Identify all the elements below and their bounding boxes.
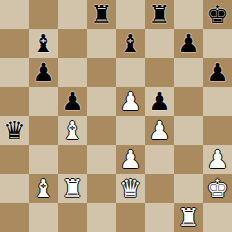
piece-white-bishop[interactable]: ♝ bbox=[32, 174, 54, 203]
square-c7[interactable] bbox=[58, 29, 87, 58]
square-e3[interactable]: ♟ bbox=[116, 145, 145, 174]
square-d2[interactable] bbox=[87, 174, 116, 203]
piece-black-queen[interactable]: ♛ bbox=[3, 116, 25, 145]
square-c5[interactable]: ♟ bbox=[58, 87, 87, 116]
piece-white-bishop[interactable]: ♝ bbox=[61, 116, 83, 145]
square-d6[interactable] bbox=[87, 58, 116, 87]
piece-white-pawn[interactable]: ♟ bbox=[148, 116, 170, 145]
piece-black-rook[interactable]: ♜ bbox=[90, 0, 112, 29]
square-f3[interactable] bbox=[145, 145, 174, 174]
piece-black-bishop[interactable]: ♝ bbox=[32, 29, 54, 58]
square-d4[interactable] bbox=[87, 116, 116, 145]
square-f4[interactable]: ♟ bbox=[145, 116, 174, 145]
square-e6[interactable] bbox=[116, 58, 145, 87]
square-a7[interactable] bbox=[0, 29, 29, 58]
square-f5[interactable]: ♟ bbox=[145, 87, 174, 116]
square-c4[interactable]: ♝ bbox=[58, 116, 87, 145]
piece-black-pawn[interactable]: ♟ bbox=[32, 58, 54, 87]
square-a2[interactable] bbox=[0, 174, 29, 203]
square-g4[interactable] bbox=[174, 116, 203, 145]
chess-board: ♜♜♚♝♝♟♟♟♟♟♟♛♝♟♟♟♝♜♛♚♜ bbox=[0, 0, 232, 232]
square-g3[interactable] bbox=[174, 145, 203, 174]
piece-white-pawn[interactable]: ♟ bbox=[119, 145, 141, 174]
square-c3[interactable] bbox=[58, 145, 87, 174]
square-b2[interactable]: ♝ bbox=[29, 174, 58, 203]
square-f7[interactable] bbox=[145, 29, 174, 58]
square-a3[interactable] bbox=[0, 145, 29, 174]
square-e8[interactable] bbox=[116, 0, 145, 29]
piece-black-pawn[interactable]: ♟ bbox=[61, 87, 83, 116]
piece-white-rook[interactable]: ♜ bbox=[177, 203, 199, 232]
square-h7[interactable] bbox=[203, 29, 232, 58]
piece-white-pawn[interactable]: ♟ bbox=[206, 145, 228, 174]
square-d5[interactable] bbox=[87, 87, 116, 116]
square-f2[interactable] bbox=[145, 174, 174, 203]
square-g7[interactable]: ♟ bbox=[174, 29, 203, 58]
square-a1[interactable] bbox=[0, 203, 29, 232]
piece-white-rook[interactable]: ♜ bbox=[61, 174, 83, 203]
square-f8[interactable]: ♜ bbox=[145, 0, 174, 29]
square-a4[interactable]: ♛ bbox=[0, 116, 29, 145]
square-h5[interactable] bbox=[203, 87, 232, 116]
square-g6[interactable] bbox=[174, 58, 203, 87]
square-g5[interactable] bbox=[174, 87, 203, 116]
square-b5[interactable] bbox=[29, 87, 58, 116]
square-g2[interactable] bbox=[174, 174, 203, 203]
square-e5[interactable]: ♟ bbox=[116, 87, 145, 116]
square-c6[interactable] bbox=[58, 58, 87, 87]
piece-white-queen[interactable]: ♛ bbox=[119, 174, 141, 203]
square-e1[interactable] bbox=[116, 203, 145, 232]
square-h6[interactable]: ♟ bbox=[203, 58, 232, 87]
square-g8[interactable] bbox=[174, 0, 203, 29]
square-b8[interactable] bbox=[29, 0, 58, 29]
piece-black-pawn[interactable]: ♟ bbox=[148, 87, 170, 116]
square-b4[interactable] bbox=[29, 116, 58, 145]
square-h4[interactable] bbox=[203, 116, 232, 145]
square-b1[interactable] bbox=[29, 203, 58, 232]
square-d8[interactable]: ♜ bbox=[87, 0, 116, 29]
piece-white-pawn[interactable]: ♟ bbox=[119, 87, 141, 116]
square-a8[interactable] bbox=[0, 0, 29, 29]
square-b6[interactable]: ♟ bbox=[29, 58, 58, 87]
square-a6[interactable] bbox=[0, 58, 29, 87]
square-e4[interactable] bbox=[116, 116, 145, 145]
square-e2[interactable]: ♛ bbox=[116, 174, 145, 203]
piece-black-rook[interactable]: ♜ bbox=[148, 0, 170, 29]
piece-black-king[interactable]: ♚ bbox=[206, 0, 228, 29]
square-d3[interactable] bbox=[87, 145, 116, 174]
square-b3[interactable] bbox=[29, 145, 58, 174]
square-b7[interactable]: ♝ bbox=[29, 29, 58, 58]
square-a5[interactable] bbox=[0, 87, 29, 116]
square-e7[interactable]: ♝ bbox=[116, 29, 145, 58]
piece-black-pawn[interactable]: ♟ bbox=[206, 58, 228, 87]
square-f6[interactable] bbox=[145, 58, 174, 87]
square-f1[interactable] bbox=[145, 203, 174, 232]
square-h8[interactable]: ♚ bbox=[203, 0, 232, 29]
square-c2[interactable]: ♜ bbox=[58, 174, 87, 203]
piece-white-king[interactable]: ♚ bbox=[206, 174, 228, 203]
piece-black-bishop[interactable]: ♝ bbox=[119, 29, 141, 58]
piece-black-pawn[interactable]: ♟ bbox=[177, 29, 199, 58]
square-d7[interactable] bbox=[87, 29, 116, 58]
square-h1[interactable] bbox=[203, 203, 232, 232]
square-g1[interactable]: ♜ bbox=[174, 203, 203, 232]
square-d1[interactable] bbox=[87, 203, 116, 232]
square-c1[interactable] bbox=[58, 203, 87, 232]
square-c8[interactable] bbox=[58, 0, 87, 29]
square-h3[interactable]: ♟ bbox=[203, 145, 232, 174]
square-h2[interactable]: ♚ bbox=[203, 174, 232, 203]
